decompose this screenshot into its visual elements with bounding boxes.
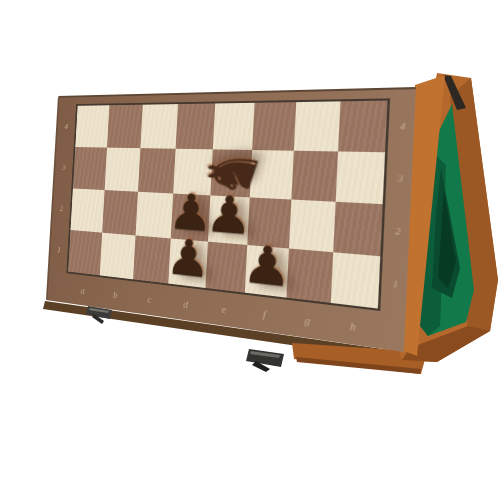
chess-box-scene: 44332211abcdefgh♞♟♟♟♟ bbox=[0, 0, 500, 482]
box-front-graphics bbox=[0, 0, 500, 482]
